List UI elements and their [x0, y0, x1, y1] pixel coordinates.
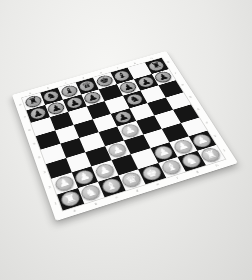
piece-glyph: ♟ [57, 177, 71, 190]
piece-glyph: ♜ [63, 192, 78, 205]
coord-label: c [64, 82, 67, 85]
coord-label: 3 [205, 121, 209, 124]
coord-label: 5 [189, 96, 192, 99]
coord-label: 1 [54, 202, 57, 206]
piece-glyph: ♟ [116, 112, 130, 123]
coord-label: a [29, 92, 32, 95]
piece-glyph: ♟ [86, 92, 99, 102]
piece-glyph: ♚ [98, 76, 111, 86]
piece-glyph: ♞ [128, 94, 142, 104]
piece-glyph: ♟ [110, 144, 124, 156]
piece-glyph: ♝ [115, 71, 128, 80]
piece-glyph: ♟ [175, 140, 190, 152]
coord-label: 2 [48, 186, 51, 189]
coord-label: 7 [23, 116, 26, 119]
coord-label: g [195, 170, 199, 173]
piece-glyph: ♟ [139, 77, 152, 87]
piece-glyph: ♞ [45, 91, 58, 101]
photo-scene: abcdefgh abcdefgh 87654321 87654321 ♜♞♝♛… [0, 0, 252, 280]
coord-label: 6 [181, 84, 184, 87]
coord-label: 2 [213, 135, 217, 138]
piece-glyph: ♟ [50, 103, 63, 113]
coord-label: e [156, 182, 160, 186]
piece-glyph: ♟ [156, 146, 171, 158]
piece-glyph: ♞ [83, 186, 98, 199]
piece-glyph: ♟ [31, 108, 44, 118]
piece-glyph: ♟ [194, 134, 209, 146]
coord-label: 1 [222, 149, 226, 152]
coord-label: e [99, 71, 102, 74]
coord-label: 7 [174, 72, 177, 75]
coord-label: 8 [167, 61, 170, 64]
piece-glyph: ♛ [124, 173, 139, 186]
coord-label: d [135, 189, 139, 193]
coord-label: b [47, 87, 50, 90]
coord-label: f [176, 176, 179, 179]
piece-glyph: ♟ [123, 125, 137, 136]
piece-glyph: ♝ [104, 179, 119, 192]
coord-label: g [133, 62, 136, 64]
piece-glyph: ♟ [97, 164, 112, 176]
coord-label: f [117, 67, 119, 69]
coord-label: 8 [19, 104, 22, 107]
piece-glyph: ♟ [77, 170, 92, 182]
piece-glyph: ♜ [27, 96, 40, 106]
piece-glyph: ♚ [144, 167, 159, 180]
coord-label: b [94, 202, 98, 206]
coord-label: a [73, 209, 76, 213]
coord-label: 4 [38, 156, 41, 159]
piece-glyph: ♞ [183, 155, 199, 167]
coord-label: 6 [28, 129, 31, 132]
coord-label: d [82, 76, 85, 79]
coord-label: 4 [197, 108, 201, 111]
piece-glyph: ♟ [156, 72, 170, 82]
piece-glyph: ♝ [63, 86, 76, 96]
chess-mat: abcdefgh abcdefgh 87654321 87654321 ♜♞♝♛… [12, 51, 238, 221]
piece-glyph: ♝ [164, 161, 180, 173]
coord-label: 5 [33, 142, 36, 145]
piece-glyph: ♜ [150, 61, 163, 70]
piece-glyph: ♟ [68, 98, 81, 108]
coord-label: h [150, 57, 153, 59]
piece-glyph: ♜ [203, 149, 219, 161]
piece-glyph: ♟ [121, 82, 134, 92]
coord-label: 3 [43, 171, 46, 174]
coord-label: h [215, 164, 219, 167]
piece-glyph: ♛ [80, 81, 93, 91]
coord-label: c [115, 195, 118, 199]
